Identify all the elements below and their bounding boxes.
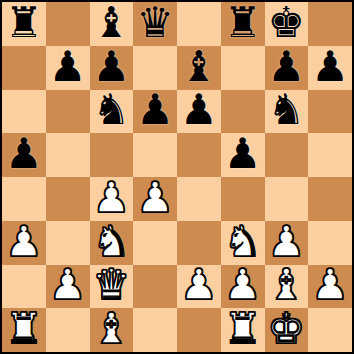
square-g5[interactable] <box>265 133 309 177</box>
black-pawn-g7[interactable]: ♟ <box>268 46 306 88</box>
square-e7[interactable]: ♝ <box>177 46 221 90</box>
white-pawn-a3[interactable]: ♟ <box>5 221 43 263</box>
square-h6[interactable] <box>308 90 352 134</box>
square-c7[interactable]: ♟ <box>90 46 134 90</box>
white-queen-c2[interactable]: ♛ <box>93 264 131 306</box>
square-a3[interactable]: ♟ <box>2 221 46 265</box>
square-g2[interactable]: ♝ <box>265 265 309 309</box>
square-a6[interactable] <box>2 90 46 134</box>
black-rook-a8[interactable]: ♜ <box>5 2 43 44</box>
square-a2[interactable] <box>2 265 46 309</box>
square-e8[interactable] <box>177 2 221 46</box>
square-a4[interactable] <box>2 177 46 221</box>
white-rook-f1[interactable]: ♜ <box>224 308 262 350</box>
black-pawn-b7[interactable]: ♟ <box>49 46 87 88</box>
square-a7[interactable] <box>2 46 46 90</box>
square-e2[interactable]: ♟ <box>177 265 221 309</box>
square-e4[interactable] <box>177 177 221 221</box>
chessboard: ♜♝♛♜♚♟♟♝♟♟♞♟♟♞♟♟♟♟♟♞♞♟♟♛♟♟♝♟♜♝♜♚ <box>2 2 352 352</box>
black-knight-c6[interactable]: ♞ <box>93 89 131 131</box>
black-pawn-c7[interactable]: ♟ <box>93 46 131 88</box>
black-bishop-e7[interactable]: ♝ <box>180 46 218 88</box>
square-g1[interactable]: ♚ <box>265 308 309 352</box>
square-h1[interactable] <box>308 308 352 352</box>
square-b5[interactable] <box>46 133 90 177</box>
square-f2[interactable]: ♟ <box>221 265 265 309</box>
square-f7[interactable] <box>221 46 265 90</box>
square-d8[interactable]: ♛ <box>133 2 177 46</box>
black-bishop-c8[interactable]: ♝ <box>93 2 131 44</box>
white-pawn-d4[interactable]: ♟ <box>136 177 174 219</box>
square-h2[interactable]: ♟ <box>308 265 352 309</box>
black-pawn-d6[interactable]: ♟ <box>136 89 174 131</box>
square-a8[interactable]: ♜ <box>2 2 46 46</box>
square-e3[interactable] <box>177 221 221 265</box>
chessboard-frame: ♜♝♛♜♚♟♟♝♟♟♞♟♟♞♟♟♟♟♟♞♞♟♟♛♟♟♝♟♜♝♜♚ <box>0 0 354 354</box>
square-h8[interactable] <box>308 2 352 46</box>
square-d6[interactable]: ♟ <box>133 90 177 134</box>
square-b2[interactable]: ♟ <box>46 265 90 309</box>
white-pawn-e2[interactable]: ♟ <box>180 264 218 306</box>
white-pawn-g3[interactable]: ♟ <box>268 221 306 263</box>
square-a1[interactable]: ♜ <box>2 308 46 352</box>
square-e1[interactable] <box>177 308 221 352</box>
white-pawn-f2[interactable]: ♟ <box>224 264 262 306</box>
square-g7[interactable]: ♟ <box>265 46 309 90</box>
square-b3[interactable] <box>46 221 90 265</box>
square-e6[interactable]: ♟ <box>177 90 221 134</box>
square-f8[interactable]: ♜ <box>221 2 265 46</box>
square-g6[interactable]: ♞ <box>265 90 309 134</box>
black-king-g8[interactable]: ♚ <box>268 2 306 44</box>
square-c1[interactable]: ♝ <box>90 308 134 352</box>
square-d2[interactable] <box>133 265 177 309</box>
black-pawn-e6[interactable]: ♟ <box>180 89 218 131</box>
square-f4[interactable] <box>221 177 265 221</box>
white-knight-c3[interactable]: ♞ <box>93 221 131 263</box>
square-b7[interactable]: ♟ <box>46 46 90 90</box>
white-rook-a1[interactable]: ♜ <box>5 308 43 350</box>
white-pawn-b2[interactable]: ♟ <box>49 264 87 306</box>
square-e5[interactable] <box>177 133 221 177</box>
square-f5[interactable]: ♟ <box>221 133 265 177</box>
black-queen-d8[interactable]: ♛ <box>136 2 174 44</box>
square-b8[interactable] <box>46 2 90 46</box>
square-b1[interactable] <box>46 308 90 352</box>
square-g4[interactable] <box>265 177 309 221</box>
square-h5[interactable] <box>308 133 352 177</box>
square-d1[interactable] <box>133 308 177 352</box>
square-a5[interactable]: ♟ <box>2 133 46 177</box>
square-c2[interactable]: ♛ <box>90 265 134 309</box>
square-c3[interactable]: ♞ <box>90 221 134 265</box>
square-f1[interactable]: ♜ <box>221 308 265 352</box>
white-knight-f3[interactable]: ♞ <box>224 221 262 263</box>
square-b4[interactable] <box>46 177 90 221</box>
square-d5[interactable] <box>133 133 177 177</box>
square-h4[interactable] <box>308 177 352 221</box>
square-h3[interactable] <box>308 221 352 265</box>
black-rook-f8[interactable]: ♜ <box>224 2 262 44</box>
black-pawn-f5[interactable]: ♟ <box>224 133 262 175</box>
square-c5[interactable] <box>90 133 134 177</box>
black-pawn-h7[interactable]: ♟ <box>311 46 349 88</box>
black-knight-g6[interactable]: ♞ <box>268 89 306 131</box>
square-d3[interactable] <box>133 221 177 265</box>
square-c6[interactable]: ♞ <box>90 90 134 134</box>
white-pawn-h2[interactable]: ♟ <box>311 264 349 306</box>
white-bishop-c1[interactable]: ♝ <box>93 308 131 350</box>
square-b6[interactable] <box>46 90 90 134</box>
square-f3[interactable]: ♞ <box>221 221 265 265</box>
white-king-g1[interactable]: ♚ <box>268 308 306 350</box>
white-bishop-g2[interactable]: ♝ <box>268 264 306 306</box>
square-h7[interactable]: ♟ <box>308 46 352 90</box>
square-c4[interactable]: ♟ <box>90 177 134 221</box>
square-d4[interactable]: ♟ <box>133 177 177 221</box>
black-pawn-a5[interactable]: ♟ <box>5 133 43 175</box>
square-g8[interactable]: ♚ <box>265 2 309 46</box>
square-c8[interactable]: ♝ <box>90 2 134 46</box>
square-g3[interactable]: ♟ <box>265 221 309 265</box>
white-pawn-c4[interactable]: ♟ <box>93 177 131 219</box>
square-f6[interactable] <box>221 90 265 134</box>
square-d7[interactable] <box>133 46 177 90</box>
